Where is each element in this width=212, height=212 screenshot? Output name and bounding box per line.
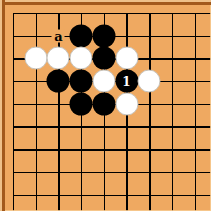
board-frame-top (0, 0, 211, 5)
black-stone[interactable] (92, 47, 115, 70)
black-stone[interactable] (47, 70, 70, 93)
board-cut-edge-right (210, 0, 212, 211)
white-stone[interactable] (47, 47, 70, 70)
white-stone[interactable] (138, 70, 161, 93)
black-stone[interactable] (70, 92, 93, 115)
go-board[interactable]: 1a (0, 0, 211, 211)
board-cut-edge-bottom (0, 210, 211, 212)
white-stone[interactable] (24, 47, 47, 70)
black-stone-marked-1[interactable]: 1 (115, 70, 138, 93)
black-stone[interactable] (70, 24, 93, 47)
white-stone[interactable] (115, 47, 138, 70)
white-stone[interactable] (115, 92, 138, 115)
point-label-a: a (52, 29, 65, 42)
board-frame-left (0, 0, 5, 211)
black-stone[interactable] (70, 70, 93, 93)
white-stone[interactable] (92, 70, 115, 93)
white-stone[interactable] (70, 47, 93, 70)
black-stone[interactable] (92, 92, 115, 115)
black-stone[interactable] (92, 24, 115, 47)
